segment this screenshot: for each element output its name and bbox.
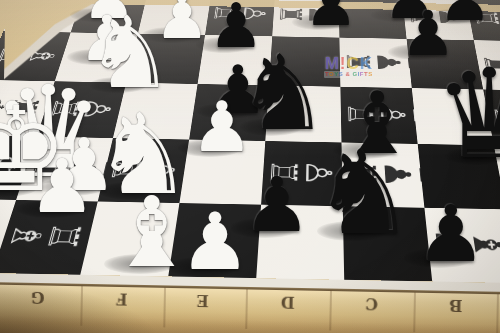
square-c8 [343,206,432,281]
pawn-print-icon: ♙ [300,160,336,187]
file-label-f: F [107,289,137,309]
square-c6: ♖♙♗ [340,87,417,144]
frame-shadow [0,282,500,333]
printed-piece-motif: ♜♟♝ [346,159,420,189]
pawn-print-icon: ♟ [429,229,471,260]
printed-piece-motif: ♜♟♝ [344,50,409,74]
rook-print-icon: ♜ [342,52,374,73]
pawn-print-icon: ♟ [379,161,417,188]
square-b5 [407,39,484,90]
file-label-d: D [273,292,303,312]
square-d8 [256,205,344,280]
pawn-print-icon: ♙ [375,103,410,126]
file-label-e: E [188,291,218,311]
pawn-print-icon: ♙ [140,157,180,184]
square-d6 [265,85,341,142]
rook-print-icon: ♜ [3,96,44,119]
square-f5 [126,34,205,84]
printed-piece-motif: ♖♙ [267,158,341,188]
square-f8 [80,202,179,277]
wooden-frame: HGFEDCBA [0,282,500,333]
rook-print-icon: ♖ [343,103,377,126]
square-f6 [113,83,198,140]
pawn-print-icon: ♟ [372,52,405,73]
printed-piece-motif: ♖♙ [46,96,121,122]
printed-piece-motif: ♖♙ [107,155,185,185]
file-label-b: B [441,296,471,316]
chess-board: ♗♘♖♙♜♟♜♟♖♘♖♗♜♟♝♜♟♝♚♜♖♙♖♙♗♖♙♗♗♔♜♟♝♖♙♖♙♜♟♝… [0,0,500,285]
rook-print-icon: ♖ [45,97,85,120]
printed-piece-motif: ♗♖ [4,219,91,254]
king-print-icon: ♔ [0,154,25,180]
file-label-g: G [23,288,53,308]
square-f7: ♖♙ [98,138,189,203]
rook-print-icon: ♖ [265,159,302,186]
printed-piece-motif: ♟♝ [431,227,500,262]
square-c5: ♜♟♝ [339,38,411,89]
chess-set-photo: ♗♘♖♙♜♟♜♟♖♘♖♗♜♟♝♜♟♝♚♜♖♙♖♙♗♖♙♗♗♔♜♟♝♖♙♖♙♜♟♝… [0,0,500,333]
square-e5 [198,35,273,85]
square-b8: ♟♝ [424,208,500,283]
printed-piece-motif: ♚♜ [0,94,48,120]
tilted-table-plane: ♗♘♖♙♜♟♜♟♖♘♖♗♜♟♝♜♟♝♚♜♖♙♖♙♗♖♙♗♗♔♜♟♝♖♙♖♙♜♟♝… [0,0,500,333]
bishop-print-icon: ♝ [466,229,500,260]
rook-print-icon: ♜ [344,160,381,187]
square-b7 [418,144,500,209]
pawn-print-icon: ♙ [78,98,117,121]
printed-piece-motif: ♖♙♗ [345,101,414,128]
rook-print-icon: ♖ [41,221,87,252]
printed-piece-motif: ♜♟♝ [27,153,108,183]
square-c7: ♜♟♝ [341,142,424,207]
rook-print-icon: ♖ [489,105,500,128]
bishop-print-icon: ♗ [3,221,51,252]
square-e6 [189,84,269,141]
printed-piece-motif: ♜♟♝ [480,53,500,77]
square-g5 [55,32,138,82]
pawn-print-icon: ♟ [60,155,103,181]
square-e7 [179,140,265,205]
rook-print-icon: ♖ [105,156,146,183]
rook-print-icon: ♜ [479,54,500,75]
printed-piece-motif: ♖♙♗ [490,104,500,131]
square-d5 [269,36,340,86]
square-d7: ♖♙ [261,141,343,206]
rook-print-icon: ♜ [25,155,69,181]
square-b6 [412,88,494,145]
file-label-c: C [357,294,387,314]
king-print-icon: ♚ [0,96,12,119]
square-e8 [168,203,261,278]
